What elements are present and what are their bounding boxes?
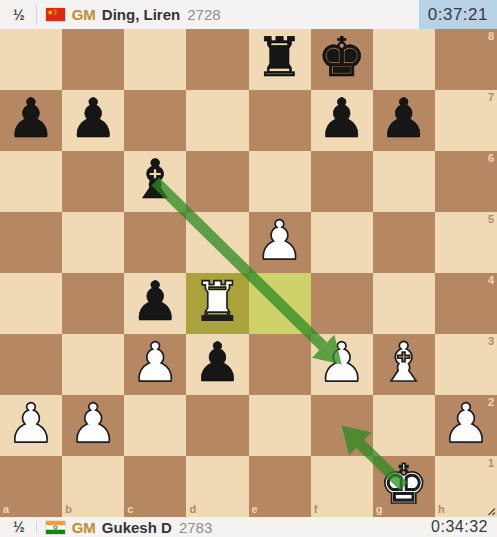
piece-white-pawn[interactable]: ♟ [131, 336, 179, 390]
square-g5[interactable] [373, 212, 435, 273]
square-a2[interactable]: ♟ [0, 395, 62, 456]
square-a1[interactable]: a [0, 456, 62, 517]
piece-black-pawn[interactable]: ♟ [193, 336, 241, 390]
coord-file-h: h [438, 504, 445, 515]
square-c8[interactable] [124, 29, 186, 90]
square-b6[interactable] [62, 151, 124, 212]
square-f2[interactable] [311, 395, 373, 456]
square-e7[interactable] [249, 90, 311, 151]
square-h8[interactable]: 8 [435, 29, 497, 90]
square-d7[interactable] [186, 90, 248, 151]
piece-black-pawn[interactable]: ♟ [317, 92, 365, 146]
square-d5[interactable] [186, 212, 248, 273]
square-h4[interactable]: 4 [435, 273, 497, 334]
piece-black-pawn[interactable]: ♟ [380, 92, 428, 146]
square-c3[interactable]: ♟ [124, 334, 186, 395]
square-c2[interactable] [124, 395, 186, 456]
square-g2[interactable] [373, 395, 435, 456]
board-grid[interactable]: ♜♚8♟♟♟♟7♝6♟5♟♜4♟♟♟♝3♟♟♟2abcdef♚gh1 [0, 29, 497, 517]
player-title-bottom: GM [72, 519, 96, 536]
coord-file-c: c [127, 504, 133, 515]
piece-black-pawn[interactable]: ♟ [69, 92, 117, 146]
square-f6[interactable] [311, 151, 373, 212]
square-a5[interactable] [0, 212, 62, 273]
chess-broadcast-panel: ½ GM Ding, Liren 2728 0:37:21 ♜♚8♟♟♟♟7♝6… [0, 0, 497, 537]
score-bottom: ½ [0, 519, 36, 535]
square-c4[interactable]: ♟ [124, 273, 186, 334]
coord-file-d: d [189, 504, 196, 515]
square-f3[interactable]: ♟ [311, 334, 373, 395]
square-d1[interactable]: d [186, 456, 248, 517]
square-f4[interactable] [311, 273, 373, 334]
square-f7[interactable]: ♟ [311, 90, 373, 151]
clock-bottom: 0:34:32 [422, 517, 497, 537]
square-e6[interactable] [249, 151, 311, 212]
square-c6[interactable]: ♝ [124, 151, 186, 212]
piece-white-pawn[interactable]: ♟ [317, 336, 365, 390]
square-h3[interactable]: 3 [435, 334, 497, 395]
square-b3[interactable] [62, 334, 124, 395]
score-top: ½ [0, 7, 36, 23]
piece-white-pawn[interactable]: ♟ [442, 397, 490, 451]
piece-black-rook[interactable]: ♜ [255, 31, 303, 85]
coord-file-e: e [252, 504, 258, 515]
square-b1[interactable]: b [62, 456, 124, 517]
square-h7[interactable]: 7 [435, 90, 497, 151]
square-d2[interactable] [186, 395, 248, 456]
square-d8[interactable] [186, 29, 248, 90]
player-name-bottom: Gukesh D [102, 519, 172, 536]
coord-file-a: a [3, 504, 9, 515]
square-a7[interactable]: ♟ [0, 90, 62, 151]
square-b8[interactable] [62, 29, 124, 90]
square-h5[interactable]: 5 [435, 212, 497, 273]
square-b4[interactable] [62, 273, 124, 334]
square-e4[interactable] [249, 273, 311, 334]
square-e3[interactable] [249, 334, 311, 395]
india-flag-icon [46, 521, 65, 534]
square-c7[interactable] [124, 90, 186, 151]
clock-top: 0:37:21 [419, 0, 497, 29]
player-rating-top: 2728 [187, 6, 220, 23]
square-a6[interactable] [0, 151, 62, 212]
square-e1[interactable]: e [249, 456, 311, 517]
square-h2[interactable]: ♟2 [435, 395, 497, 456]
piece-black-pawn[interactable]: ♟ [131, 275, 179, 329]
square-d3[interactable]: ♟ [186, 334, 248, 395]
player-name-top: Ding, Liren [102, 6, 180, 23]
piece-white-pawn[interactable]: ♟ [69, 397, 117, 451]
coord-rank-7: 7 [488, 92, 494, 103]
piece-white-rook[interactable]: ♜ [193, 275, 241, 329]
piece-white-king[interactable]: ♚ [380, 458, 428, 512]
square-b2[interactable]: ♟ [62, 395, 124, 456]
square-h6[interactable]: 6 [435, 151, 497, 212]
square-c1[interactable]: c [124, 456, 186, 517]
piece-black-king[interactable]: ♚ [317, 31, 365, 85]
square-f8[interactable]: ♚ [311, 29, 373, 90]
square-d4[interactable]: ♜ [186, 273, 248, 334]
square-d6[interactable] [186, 151, 248, 212]
china-flag-icon [46, 8, 65, 21]
player-bar-top: ½ GM Ding, Liren 2728 0:37:21 [0, 0, 497, 29]
square-a4[interactable] [0, 273, 62, 334]
coord-file-g: g [376, 504, 383, 515]
square-e2[interactable] [249, 395, 311, 456]
square-e8[interactable]: ♜ [249, 29, 311, 90]
piece-black-bishop[interactable]: ♝ [131, 153, 179, 207]
player-rating-bottom: 2783 [179, 519, 212, 536]
square-g3[interactable]: ♝ [373, 334, 435, 395]
piece-white-bishop[interactable]: ♝ [380, 336, 428, 390]
square-f5[interactable] [311, 212, 373, 273]
divider [36, 4, 37, 25]
coord-rank-1: 1 [488, 458, 494, 469]
coord-rank-8: 8 [488, 31, 494, 42]
square-a3[interactable] [0, 334, 62, 395]
board-resize-handle[interactable] [484, 504, 496, 516]
piece-black-pawn[interactable]: ♟ [7, 92, 55, 146]
coord-rank-4: 4 [488, 275, 494, 286]
square-b7[interactable]: ♟ [62, 90, 124, 151]
divider [36, 521, 37, 533]
square-g4[interactable] [373, 273, 435, 334]
square-g1[interactable]: ♚g [373, 456, 435, 517]
chess-board[interactable]: ♜♚8♟♟♟♟7♝6♟5♟♜4♟♟♟♝3♟♟♟2abcdef♚gh1 [0, 29, 497, 517]
coord-rank-3: 3 [488, 336, 494, 347]
square-b5[interactable] [62, 212, 124, 273]
coord-file-f: f [314, 504, 318, 515]
square-g8[interactable] [373, 29, 435, 90]
square-c5[interactable] [124, 212, 186, 273]
coord-rank-6: 6 [488, 153, 494, 164]
square-g7[interactable]: ♟ [373, 90, 435, 151]
coord-file-b: b [65, 504, 72, 515]
piece-white-pawn[interactable]: ♟ [255, 214, 303, 268]
coord-rank-2: 2 [488, 397, 494, 408]
square-f1[interactable]: f [311, 456, 373, 517]
coord-rank-5: 5 [488, 214, 494, 225]
player-title-top: GM [72, 6, 96, 23]
square-g6[interactable] [373, 151, 435, 212]
piece-white-pawn[interactable]: ♟ [7, 397, 55, 451]
player-bar-bottom: ½ GM Gukesh D 2783 0:34:32 [0, 517, 497, 537]
square-a8[interactable] [0, 29, 62, 90]
square-e5[interactable]: ♟ [249, 212, 311, 273]
